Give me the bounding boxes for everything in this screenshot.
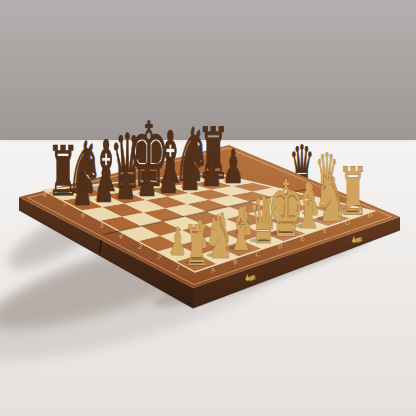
rook-glyph: ♜ <box>184 212 210 278</box>
pawn-glyph: ♟ <box>179 147 200 201</box>
piece-black-pawn-g7: ♟ <box>201 144 223 198</box>
piece-black-pawn-h7: ♟ <box>222 139 244 194</box>
pawn-glyph: ♟ <box>222 139 244 194</box>
pawn-glyph: ♟ <box>93 161 114 212</box>
pawn-glyph: ♟ <box>201 144 223 198</box>
piece-black-pawn-c7: ♟ <box>115 158 136 209</box>
pawn-glyph: ♟ <box>158 150 179 204</box>
chess-set-photo: ♛♛ABCDEFGH12345678♜♞♝♟♚♟♛♟♝♟♞♜♟♟♟♟♟♜♟♞♟♝… <box>0 0 416 416</box>
hinge-seam-side-notch <box>100 240 101 253</box>
piece-white-rook-a1: ♜ <box>184 212 210 278</box>
piece-black-pawn-b7: ♟ <box>93 161 114 212</box>
piece-black-pawn-e7: ♟ <box>158 150 179 204</box>
pawn-glyph: ♟ <box>136 153 157 207</box>
pawn-glyph: ♟ <box>72 164 93 215</box>
piece-black-pawn-d7: ♟ <box>136 153 157 207</box>
pawn-glyph: ♟ <box>115 158 136 209</box>
photo-stage: ♛♛ABCDEFGH12345678♜♞♝♟♚♟♛♟♝♟♞♜♟♟♟♟♟♜♟♞♟♝… <box>0 0 416 416</box>
piece-black-pawn-f7: ♟ <box>179 147 200 201</box>
piece-black-pawn-a7: ♟ <box>72 164 93 215</box>
